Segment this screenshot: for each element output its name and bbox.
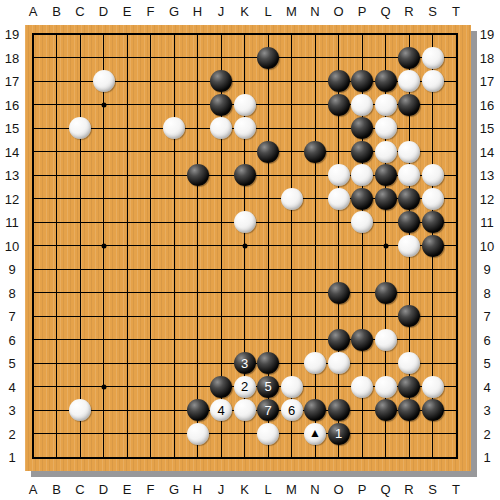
- coord-label-bottom-B: B: [52, 482, 61, 497]
- stone-black-L14[interactable]: [257, 141, 279, 163]
- move-number-label: 6: [288, 404, 295, 417]
- coord-label-right-11: 11: [480, 215, 494, 230]
- stone-black-R12[interactable]: [398, 188, 420, 210]
- stone-black-O16[interactable]: [328, 94, 350, 116]
- coord-label-left-12: 12: [5, 191, 19, 206]
- stone-white-O13[interactable]: [328, 164, 350, 186]
- stone-black-Q17[interactable]: [375, 70, 397, 92]
- star-point-D4: [101, 384, 106, 389]
- stone-white-C15[interactable]: [69, 117, 91, 139]
- coord-label-left-11: 11: [5, 215, 19, 230]
- stone-white-P16[interactable]: [351, 94, 373, 116]
- coord-label-bottom-P: P: [358, 482, 367, 497]
- stone-white-S17[interactable]: [422, 70, 444, 92]
- stone-black-H13[interactable]: [187, 164, 209, 186]
- stone-white-Q6[interactable]: [375, 329, 397, 351]
- stone-white-Q16[interactable]: [375, 94, 397, 116]
- coord-label-right-4: 4: [483, 379, 490, 394]
- stone-white-R14[interactable]: [398, 141, 420, 163]
- coord-label-bottom-M: M: [286, 482, 297, 497]
- stone-white-N2[interactable]: ▲: [304, 423, 326, 445]
- stone-white-C3[interactable]: [69, 399, 91, 421]
- coord-label-left-3: 3: [8, 403, 15, 418]
- stone-white-M3[interactable]: 6: [281, 399, 303, 421]
- coord-label-top-N: N: [310, 4, 319, 19]
- coord-label-right-6: 6: [483, 332, 490, 347]
- coord-label-top-S: S: [428, 4, 437, 19]
- stone-black-Q12[interactable]: [375, 188, 397, 210]
- coord-label-top-H: H: [193, 4, 202, 19]
- stone-white-P13[interactable]: [351, 164, 373, 186]
- move-number-label: 1: [335, 427, 342, 440]
- coord-label-top-Q: Q: [380, 4, 390, 19]
- stone-white-R5[interactable]: [398, 352, 420, 374]
- star-point-D16: [101, 102, 106, 107]
- stone-black-R7[interactable]: [398, 305, 420, 327]
- coord-label-bottom-N: N: [310, 482, 319, 497]
- stone-black-L4[interactable]: 5: [257, 376, 279, 398]
- stone-white-R10[interactable]: [398, 235, 420, 257]
- go-board-viewer: AABBCCDDEEFFGGHHJJKKLLMMNNOOPPQQRRSSTT19…: [0, 0, 500, 500]
- coord-label-left-18: 18: [5, 50, 19, 65]
- star-point-Q10: [383, 243, 388, 248]
- stone-black-L5[interactable]: [257, 352, 279, 374]
- coord-label-left-16: 16: [5, 97, 19, 112]
- stone-white-P11[interactable]: [351, 211, 373, 233]
- coord-label-top-C: C: [75, 4, 84, 19]
- coord-label-right-10: 10: [480, 238, 494, 253]
- coord-label-top-A: A: [29, 4, 38, 19]
- stone-white-K3[interactable]: [234, 399, 256, 421]
- stone-black-Q3[interactable]: [375, 399, 397, 421]
- coord-label-bottom-R: R: [404, 482, 413, 497]
- stone-black-O3[interactable]: [328, 399, 350, 421]
- stone-white-H2[interactable]: [187, 423, 209, 445]
- coord-label-right-18: 18: [480, 50, 494, 65]
- stone-white-Q14[interactable]: [375, 141, 397, 163]
- stone-white-K11[interactable]: [234, 211, 256, 233]
- stone-white-J3[interactable]: 4: [210, 399, 232, 421]
- coord-label-bottom-T: T: [452, 482, 460, 497]
- coord-label-right-8: 8: [483, 285, 490, 300]
- stone-white-R13[interactable]: [398, 164, 420, 186]
- coord-label-top-K: K: [240, 4, 249, 19]
- coord-label-left-14: 14: [5, 144, 19, 159]
- stone-black-R16[interactable]: [398, 94, 420, 116]
- star-point-K10: [242, 243, 247, 248]
- coord-label-bottom-E: E: [123, 482, 132, 497]
- stone-white-Q15[interactable]: [375, 117, 397, 139]
- stone-black-S10[interactable]: [422, 235, 444, 257]
- coord-label-left-17: 17: [5, 74, 19, 89]
- stone-black-P17[interactable]: [351, 70, 373, 92]
- move-number-label: 3: [241, 357, 248, 370]
- stone-black-N3[interactable]: [304, 399, 326, 421]
- coord-label-right-16: 16: [480, 97, 494, 112]
- coord-label-bottom-F: F: [147, 482, 155, 497]
- stone-black-R11[interactable]: [398, 211, 420, 233]
- stone-black-P12[interactable]: [351, 188, 373, 210]
- stone-black-L18[interactable]: [257, 47, 279, 69]
- move-number-label: 7: [264, 404, 271, 417]
- stone-black-J4[interactable]: [210, 376, 232, 398]
- coord-label-left-19: 19: [5, 27, 19, 42]
- coord-label-top-G: G: [169, 4, 179, 19]
- stone-white-O12[interactable]: [328, 188, 350, 210]
- stone-white-K4[interactable]: 2: [234, 376, 256, 398]
- coord-label-left-9: 9: [8, 262, 15, 277]
- coord-label-left-4: 4: [8, 379, 15, 394]
- stone-white-S13[interactable]: [422, 164, 444, 186]
- stone-black-P6[interactable]: [351, 329, 373, 351]
- coord-label-top-L: L: [264, 4, 271, 19]
- coord-label-right-9: 9: [483, 262, 490, 277]
- coord-label-top-R: R: [404, 4, 413, 19]
- coord-label-top-M: M: [286, 4, 297, 19]
- coord-label-bottom-G: G: [169, 482, 179, 497]
- stone-white-S18[interactable]: [422, 47, 444, 69]
- stone-black-Q13[interactable]: [375, 164, 397, 186]
- coord-label-bottom-O: O: [333, 482, 343, 497]
- coord-label-bottom-C: C: [75, 482, 84, 497]
- stone-white-S4[interactable]: [422, 376, 444, 398]
- star-point-D10: [101, 243, 106, 248]
- stone-white-K16[interactable]: [234, 94, 256, 116]
- move-number-label: 2: [241, 380, 248, 393]
- coord-label-left-8: 8: [8, 285, 15, 300]
- coord-label-right-7: 7: [483, 309, 490, 324]
- stone-white-S12[interactable]: [422, 188, 444, 210]
- stone-black-P14[interactable]: [351, 141, 373, 163]
- stone-white-P4[interactable]: [351, 376, 373, 398]
- coord-label-left-1: 1: [8, 450, 15, 465]
- coord-label-right-14: 14: [480, 144, 494, 159]
- coord-label-left-15: 15: [5, 121, 19, 136]
- coord-label-top-E: E: [123, 4, 132, 19]
- coord-label-bottom-S: S: [428, 482, 437, 497]
- stone-white-M12[interactable]: [281, 188, 303, 210]
- coord-label-left-2: 2: [8, 426, 15, 441]
- coord-label-bottom-K: K: [240, 482, 249, 497]
- stone-black-R18[interactable]: [398, 47, 420, 69]
- stone-black-Q8[interactable]: [375, 282, 397, 304]
- coord-label-left-10: 10: [5, 238, 19, 253]
- stone-white-L2[interactable]: [257, 423, 279, 445]
- stone-black-K13[interactable]: [234, 164, 256, 186]
- coord-label-right-5: 5: [483, 356, 490, 371]
- coord-label-top-D: D: [99, 4, 108, 19]
- stone-white-G15[interactable]: [163, 117, 185, 139]
- stone-white-R17[interactable]: [398, 70, 420, 92]
- coord-label-bottom-Q: Q: [380, 482, 390, 497]
- coord-label-bottom-H: H: [193, 482, 202, 497]
- coord-label-right-3: 3: [483, 403, 490, 418]
- stone-white-K15[interactable]: [234, 117, 256, 139]
- stone-white-O5[interactable]: [328, 352, 350, 374]
- stone-black-O6[interactable]: [328, 329, 350, 351]
- stone-black-J17[interactable]: [210, 70, 232, 92]
- coord-label-right-15: 15: [480, 121, 494, 136]
- stone-white-Q4[interactable]: [375, 376, 397, 398]
- stone-black-O2[interactable]: 1: [328, 423, 350, 445]
- coord-label-bottom-D: D: [99, 482, 108, 497]
- coord-label-bottom-A: A: [29, 482, 38, 497]
- stone-white-J15[interactable]: [210, 117, 232, 139]
- coord-label-left-6: 6: [8, 332, 15, 347]
- coord-label-top-P: P: [358, 4, 367, 19]
- coord-label-left-7: 7: [8, 309, 15, 324]
- stone-white-N5[interactable]: [304, 352, 326, 374]
- stone-white-D17[interactable]: [93, 70, 115, 92]
- stone-black-R3[interactable]: [398, 399, 420, 421]
- coord-label-right-17: 17: [480, 74, 494, 89]
- coord-label-right-1: 1: [483, 450, 490, 465]
- stone-white-M4[interactable]: [281, 376, 303, 398]
- stone-black-H3[interactable]: [187, 399, 209, 421]
- coord-label-left-13: 13: [5, 168, 19, 183]
- coord-label-top-T: T: [452, 4, 460, 19]
- coord-label-right-13: 13: [480, 168, 494, 183]
- coord-label-right-19: 19: [480, 27, 494, 42]
- stone-black-O8[interactable]: [328, 282, 350, 304]
- coord-label-top-O: O: [333, 4, 343, 19]
- move-number-label: 4: [217, 404, 224, 417]
- coord-label-top-B: B: [52, 4, 61, 19]
- stone-black-K5[interactable]: 3: [234, 352, 256, 374]
- stone-black-P15[interactable]: [351, 117, 373, 139]
- coord-label-left-5: 5: [8, 356, 15, 371]
- stone-black-L3[interactable]: 7: [257, 399, 279, 421]
- coord-label-top-F: F: [147, 4, 155, 19]
- stone-black-O17[interactable]: [328, 70, 350, 92]
- coord-label-right-12: 12: [480, 191, 494, 206]
- coord-label-right-2: 2: [483, 426, 490, 441]
- coord-label-top-J: J: [218, 4, 225, 19]
- stone-black-S11[interactable]: [422, 211, 444, 233]
- stone-black-N14[interactable]: [304, 141, 326, 163]
- stone-black-J16[interactable]: [210, 94, 232, 116]
- coord-label-bottom-J: J: [218, 482, 225, 497]
- stone-black-S3[interactable]: [422, 399, 444, 421]
- stone-black-R4[interactable]: [398, 376, 420, 398]
- move-number-label: 5: [264, 380, 271, 393]
- triangle-mark-icon: ▲: [309, 427, 321, 439]
- coord-label-bottom-L: L: [264, 482, 271, 497]
